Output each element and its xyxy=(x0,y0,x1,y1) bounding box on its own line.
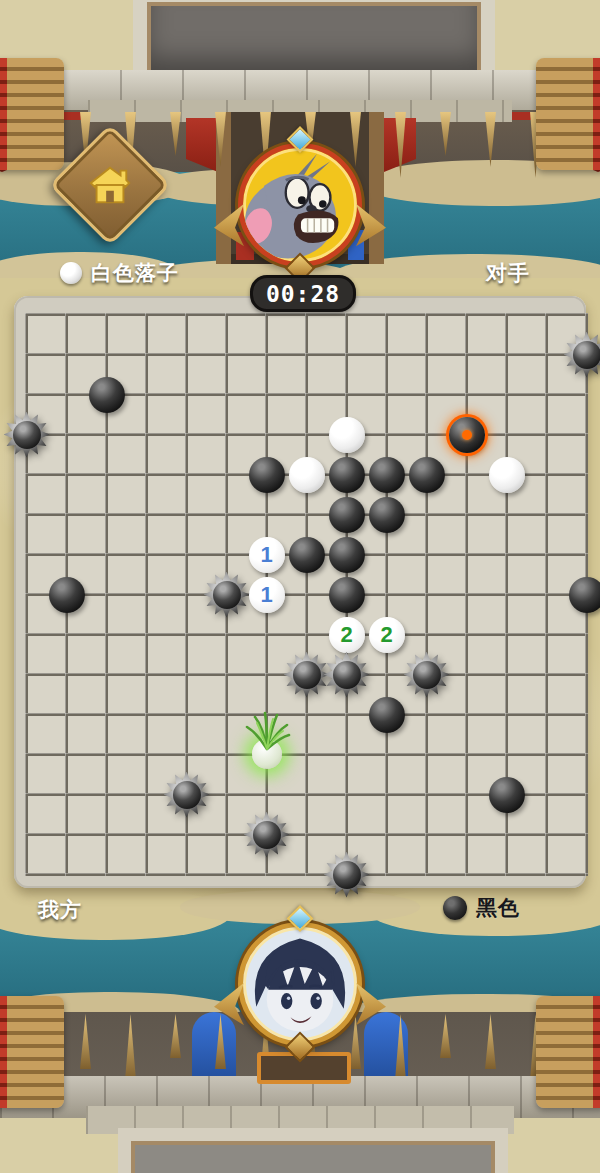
black-stone xyxy=(369,457,405,493)
mine-obstacle xyxy=(324,852,370,898)
black-stone xyxy=(369,697,405,733)
mine-obstacle xyxy=(164,772,210,818)
white-stone xyxy=(329,417,365,453)
mine-obstacle xyxy=(404,652,450,698)
mine-obstacle xyxy=(244,812,290,858)
log-stack xyxy=(0,58,64,170)
mine-obstacle xyxy=(204,572,250,618)
log-stack xyxy=(536,996,600,1108)
black-stone-last-move xyxy=(449,417,485,453)
player-label: 我方 xyxy=(38,896,82,924)
game-screen: 1122 白色落子 对手 xyxy=(0,0,600,1173)
black-stone xyxy=(49,577,85,613)
mine-obstacle xyxy=(4,412,50,458)
tom-portrait xyxy=(238,143,362,267)
black-stone xyxy=(329,497,365,533)
turn-indicator: 白色落子 xyxy=(60,259,179,287)
opponent-label: 对手 xyxy=(486,259,530,287)
black-stone xyxy=(249,457,285,493)
numbered-marker-stone-1: 1 xyxy=(249,537,285,573)
black-stone xyxy=(329,577,365,613)
black-stone xyxy=(329,537,365,573)
player-color-indicator: 黑色 xyxy=(443,894,520,922)
player-color-label: 黑色 xyxy=(476,894,520,922)
black-stone xyxy=(369,497,405,533)
opponent-avatar[interactable] xyxy=(238,143,362,267)
black-stone xyxy=(289,537,325,573)
black-stone xyxy=(89,377,125,413)
numbered-marker-stone-1: 1 xyxy=(249,577,285,613)
home-icon xyxy=(87,162,133,208)
white-stone xyxy=(489,457,525,493)
mine-obstacle xyxy=(564,332,600,378)
black-stone xyxy=(489,777,525,813)
black-stone-icon xyxy=(443,896,467,920)
white-stone-icon xyxy=(60,262,82,284)
pieces-layer: 1122 xyxy=(25,313,588,876)
grass-item xyxy=(243,709,291,771)
white-stone xyxy=(289,457,325,493)
mine-obstacle xyxy=(324,652,370,698)
player-portrait xyxy=(238,922,362,1046)
turn-label: 白色落子 xyxy=(91,259,179,287)
numbered-marker-stone-2: 2 xyxy=(329,617,365,653)
gomoku-board[interactable]: 1122 xyxy=(14,296,586,888)
gate-opening-bottom xyxy=(118,1128,508,1173)
black-stone xyxy=(409,457,445,493)
log-stack xyxy=(536,58,600,170)
black-stone xyxy=(329,457,365,493)
black-stone xyxy=(569,577,600,613)
move-timer: 00:28 xyxy=(250,275,356,312)
numbered-marker-stone-2: 2 xyxy=(369,617,405,653)
log-stack xyxy=(0,996,64,1108)
player-avatar[interactable] xyxy=(238,922,362,1046)
blue-pennant xyxy=(192,1012,236,1078)
